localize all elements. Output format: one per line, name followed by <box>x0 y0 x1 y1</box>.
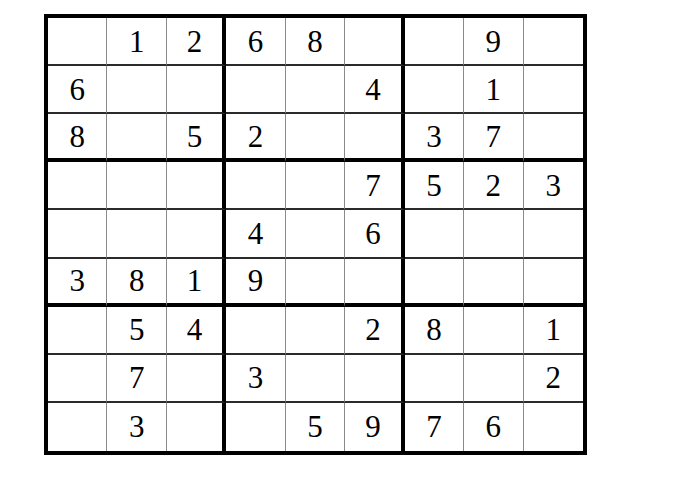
empty-cell-r9c4[interactable] <box>226 403 285 451</box>
empty-cell-r8c7[interactable] <box>405 355 464 403</box>
given-cell-r9c7: 7 <box>405 403 464 451</box>
empty-cell-r8c6[interactable] <box>345 355 404 403</box>
empty-cell-r9c3[interactable] <box>167 403 226 451</box>
empty-cell-r8c8[interactable] <box>464 355 523 403</box>
empty-cell-r2c5[interactable] <box>286 66 345 114</box>
given-cell-r4c8: 2 <box>464 162 523 210</box>
empty-cell-r7c4[interactable] <box>226 307 285 355</box>
given-cell-r3c7: 3 <box>405 114 464 162</box>
sudoku-board: 126896418523775234638195428173235976 <box>44 14 587 455</box>
empty-cell-r3c5[interactable] <box>286 114 345 162</box>
given-cell-r3c4: 2 <box>226 114 285 162</box>
empty-cell-r7c1[interactable] <box>48 307 107 355</box>
given-cell-r6c3: 1 <box>167 259 226 307</box>
empty-cell-r7c5[interactable] <box>286 307 345 355</box>
given-cell-r4c7: 5 <box>405 162 464 210</box>
empty-cell-r6c5[interactable] <box>286 259 345 307</box>
empty-cell-r9c9[interactable] <box>524 403 583 451</box>
empty-cell-r7c8[interactable] <box>464 307 523 355</box>
empty-cell-r6c8[interactable] <box>464 259 523 307</box>
given-cell-r6c4: 9 <box>226 259 285 307</box>
empty-cell-r2c3[interactable] <box>167 66 226 114</box>
given-cell-r3c3: 5 <box>167 114 226 162</box>
empty-cell-r6c9[interactable] <box>524 259 583 307</box>
empty-cell-r5c5[interactable] <box>286 210 345 258</box>
empty-cell-r4c1[interactable] <box>48 162 107 210</box>
empty-cell-r9c1[interactable] <box>48 403 107 451</box>
given-cell-r1c5: 8 <box>286 18 345 66</box>
empty-cell-r5c3[interactable] <box>167 210 226 258</box>
given-cell-r5c6: 6 <box>345 210 404 258</box>
empty-cell-r2c2[interactable] <box>107 66 166 114</box>
empty-cell-r4c3[interactable] <box>167 162 226 210</box>
empty-cell-r3c6[interactable] <box>345 114 404 162</box>
empty-cell-r2c7[interactable] <box>405 66 464 114</box>
given-cell-r1c3: 2 <box>167 18 226 66</box>
empty-cell-r5c1[interactable] <box>48 210 107 258</box>
empty-cell-r6c7[interactable] <box>405 259 464 307</box>
empty-cell-r2c4[interactable] <box>226 66 285 114</box>
empty-cell-r3c2[interactable] <box>107 114 166 162</box>
given-cell-r2c6: 4 <box>345 66 404 114</box>
empty-cell-r4c5[interactable] <box>286 162 345 210</box>
given-cell-r6c1: 3 <box>48 259 107 307</box>
empty-cell-r1c9[interactable] <box>524 18 583 66</box>
given-cell-r9c2: 3 <box>107 403 166 451</box>
given-cell-r9c5: 5 <box>286 403 345 451</box>
given-cell-r2c8: 1 <box>464 66 523 114</box>
given-cell-r7c2: 5 <box>107 307 166 355</box>
given-cell-r1c8: 9 <box>464 18 523 66</box>
empty-cell-r2c9[interactable] <box>524 66 583 114</box>
given-cell-r7c3: 4 <box>167 307 226 355</box>
given-cell-r9c6: 9 <box>345 403 404 451</box>
empty-cell-r5c8[interactable] <box>464 210 523 258</box>
given-cell-r5c4: 4 <box>226 210 285 258</box>
given-cell-r7c9: 1 <box>524 307 583 355</box>
empty-cell-r5c2[interactable] <box>107 210 166 258</box>
empty-cell-r6c6[interactable] <box>345 259 404 307</box>
empty-cell-r8c5[interactable] <box>286 355 345 403</box>
given-cell-r9c8: 6 <box>464 403 523 451</box>
empty-cell-r3c9[interactable] <box>524 114 583 162</box>
given-cell-r1c4: 6 <box>226 18 285 66</box>
given-cell-r6c2: 8 <box>107 259 166 307</box>
empty-cell-r1c7[interactable] <box>405 18 464 66</box>
empty-cell-r4c2[interactable] <box>107 162 166 210</box>
empty-cell-r8c1[interactable] <box>48 355 107 403</box>
given-cell-r4c9: 3 <box>524 162 583 210</box>
given-cell-r8c9: 2 <box>524 355 583 403</box>
empty-cell-r5c7[interactable] <box>405 210 464 258</box>
empty-cell-r1c6[interactable] <box>345 18 404 66</box>
given-cell-r8c2: 7 <box>107 355 166 403</box>
given-cell-r8c4: 3 <box>226 355 285 403</box>
empty-cell-r5c9[interactable] <box>524 210 583 258</box>
given-cell-r7c7: 8 <box>405 307 464 355</box>
empty-cell-r1c1[interactable] <box>48 18 107 66</box>
given-cell-r3c8: 7 <box>464 114 523 162</box>
empty-cell-r4c4[interactable] <box>226 162 285 210</box>
page: 126896418523775234638195428173235976 <box>0 0 682 477</box>
given-cell-r1c2: 1 <box>107 18 166 66</box>
given-cell-r7c6: 2 <box>345 307 404 355</box>
given-cell-r4c6: 7 <box>345 162 404 210</box>
given-cell-r3c1: 8 <box>48 114 107 162</box>
given-cell-r2c1: 6 <box>48 66 107 114</box>
empty-cell-r8c3[interactable] <box>167 355 226 403</box>
